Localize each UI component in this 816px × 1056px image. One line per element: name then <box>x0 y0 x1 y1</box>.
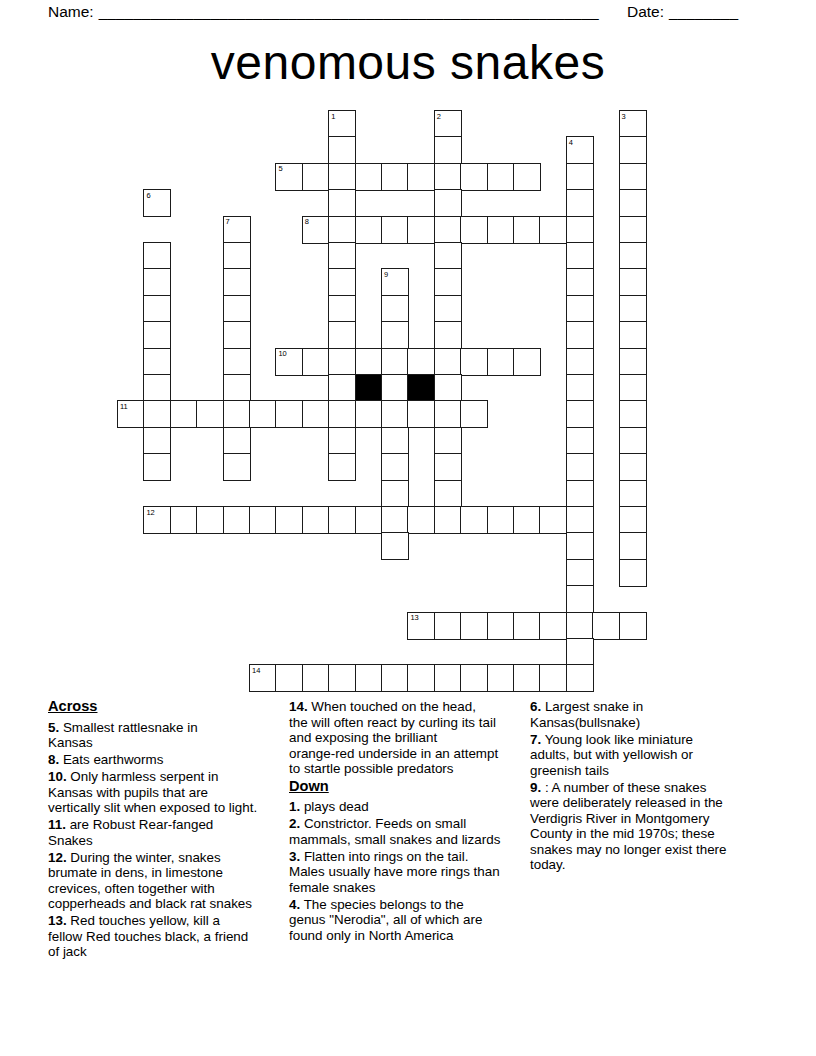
clue-12: 12. During the winter, snakes brumate in… <box>48 850 291 912</box>
letter-cell[interactable] <box>355 163 383 191</box>
letter-cell[interactable] <box>302 348 330 376</box>
cell-number: 3 <box>622 113 626 121</box>
letter-cell[interactable] <box>434 453 462 481</box>
clue-number: 2. <box>289 816 300 831</box>
letter-cell[interactable] <box>143 242 171 270</box>
letter-cell[interactable] <box>302 506 330 534</box>
letter-cell[interactable] <box>566 664 594 692</box>
clue-number: 11. <box>48 817 66 832</box>
clue-5: 5. Smallest rattlesnake in Kansas <box>48 720 291 751</box>
letter-cell[interactable] <box>619 321 647 349</box>
letter-cell[interactable] <box>487 664 515 692</box>
letter-cell[interactable] <box>302 400 330 428</box>
letter-cell[interactable] <box>223 321 251 349</box>
letter-cell[interactable] <box>355 216 383 244</box>
letter-cell[interactable] <box>460 216 488 244</box>
letter-cell[interactable] <box>328 321 356 349</box>
clue-text: Largest snake in Kansas(bullsnake) <box>530 699 643 730</box>
letter-cell[interactable] <box>355 400 383 428</box>
cell-number: 8 <box>305 218 309 226</box>
clue-number: 8. <box>48 752 59 767</box>
cell-number: 5 <box>278 165 282 173</box>
letter-cell[interactable] <box>566 242 594 270</box>
letter-cell[interactable] <box>328 453 356 481</box>
letter-cell[interactable] <box>566 374 594 402</box>
letter-cell[interactable] <box>302 664 330 692</box>
letter-cell[interactable] <box>328 374 356 402</box>
letter-cell[interactable] <box>328 348 356 376</box>
letter-cell[interactable] <box>223 374 251 402</box>
letter-cell[interactable] <box>619 374 647 402</box>
letter-cell[interactable] <box>355 664 383 692</box>
letter-cell[interactable] <box>381 664 409 692</box>
clue-number: 10. <box>48 769 67 784</box>
letter-cell[interactable] <box>407 163 435 191</box>
letter-cell[interactable] <box>434 480 462 508</box>
letter-cell[interactable] <box>143 374 171 402</box>
letter-cell[interactable] <box>434 374 462 402</box>
letter-cell[interactable] <box>196 506 224 534</box>
letter-cell[interactable] <box>223 268 251 296</box>
letter-cell[interactable] <box>381 427 409 455</box>
letter-cell[interactable] <box>487 506 515 534</box>
letter-cell[interactable] <box>143 268 171 296</box>
clue-number: 5. <box>48 720 59 735</box>
letter-cell[interactable] <box>143 453 171 481</box>
letter-cell[interactable] <box>566 348 594 376</box>
letter-cell[interactable] <box>434 506 462 534</box>
letter-cell[interactable] <box>381 532 409 560</box>
letter-cell[interactable] <box>302 163 330 191</box>
letter-cell[interactable] <box>434 189 462 217</box>
letter-cell[interactable] <box>328 664 356 692</box>
letter-cell[interactable] <box>143 400 171 428</box>
black-cell <box>355 374 383 402</box>
letter-cell[interactable] <box>275 400 303 428</box>
letter-cell[interactable] <box>460 506 488 534</box>
letter-cell[interactable] <box>328 136 356 164</box>
letter-cell[interactable] <box>619 216 647 244</box>
clue-2: 2. Constrictor. Feeds on small mammals, … <box>289 816 530 847</box>
letter-cell[interactable] <box>434 321 462 349</box>
letter-cell[interactable] <box>513 506 541 534</box>
letter-cell[interactable] <box>619 242 647 270</box>
letter-cell[interactable] <box>381 480 409 508</box>
letter-cell[interactable] <box>566 638 594 666</box>
letter-cell[interactable] <box>619 268 647 296</box>
letter-cell[interactable] <box>328 295 356 323</box>
letter-cell[interactable] <box>223 400 251 428</box>
clue-14: 14. When touched on the head, the will o… <box>289 699 530 777</box>
name-blank-line[interactable]: ________________________________________… <box>99 3 599 20</box>
cell-number: 7 <box>226 218 230 226</box>
cell-number: 12 <box>146 509 154 517</box>
clue-text: Flatten into rings on the tail. Males us… <box>289 849 500 895</box>
clue-list-heading: Down <box>289 779 530 795</box>
clue-text: Smallest rattlesnake in Kansas <box>48 720 198 751</box>
letter-cell[interactable] <box>355 348 383 376</box>
letter-cell[interactable] <box>170 400 198 428</box>
cell-number: 13 <box>410 614 418 622</box>
letter-cell[interactable] <box>275 664 303 692</box>
letter-cell[interactable] <box>566 506 594 534</box>
letter-cell[interactable] <box>487 348 515 376</box>
letter-cell[interactable] <box>328 216 356 244</box>
letter-cell[interactable] <box>223 348 251 376</box>
letter-cell[interactable] <box>223 427 251 455</box>
clue-number: 6. <box>530 699 541 714</box>
clue-number: 13. <box>48 913 67 928</box>
clue-text: : A number of these snakes were delibera… <box>530 780 727 873</box>
letter-cell[interactable] <box>434 664 462 692</box>
letter-cell[interactable] <box>434 400 462 428</box>
letter-cell[interactable] <box>487 163 515 191</box>
letter-cell[interactable] <box>619 612 647 640</box>
letter-cell[interactable] <box>434 268 462 296</box>
letter-cell[interactable] <box>355 506 383 534</box>
letter-cell[interactable] <box>619 453 647 481</box>
worksheet-page: Name:___________________________________… <box>0 0 816 1056</box>
clue-number: 4. <box>289 897 300 912</box>
clue-number: 14. <box>289 699 308 714</box>
clue-column: 6. Largest snake in Kansas(bullsnake)7. … <box>530 699 770 874</box>
letter-cell[interactable] <box>434 163 462 191</box>
letter-cell[interactable] <box>566 559 594 587</box>
letter-cell[interactable] <box>381 295 409 323</box>
clue-8: 8. Eats earthworms <box>48 752 291 768</box>
letter-cell[interactable] <box>381 163 409 191</box>
letter-cell[interactable] <box>143 348 171 376</box>
letter-cell[interactable] <box>460 664 488 692</box>
letter-cell[interactable] <box>619 559 647 587</box>
letter-cell[interactable] <box>566 400 594 428</box>
letter-cell[interactable] <box>566 268 594 296</box>
clue-13: 13. Red touches yellow, kill a fellow Re… <box>48 913 291 960</box>
black-cell <box>407 374 435 402</box>
letter-cell[interactable] <box>539 664 567 692</box>
letter-cell[interactable] <box>460 163 488 191</box>
clue-text: Eats earthworms <box>63 752 163 767</box>
letter-cell[interactable] <box>513 216 541 244</box>
letter-cell[interactable] <box>434 612 462 640</box>
letter-cell[interactable] <box>381 400 409 428</box>
clue-1: 1. plays dead <box>289 799 530 815</box>
letter-cell[interactable] <box>619 295 647 323</box>
letter-cell[interactable] <box>460 400 488 428</box>
clue-4: 4. The species belongs to the genus "Ner… <box>289 897 530 944</box>
letter-cell[interactable] <box>407 216 435 244</box>
letter-cell[interactable] <box>487 612 515 640</box>
letter-cell[interactable] <box>434 242 462 270</box>
letter-cell[interactable] <box>275 506 303 534</box>
letter-cell[interactable] <box>460 348 488 376</box>
letter-cell[interactable] <box>249 400 277 428</box>
letter-cell[interactable] <box>223 295 251 323</box>
letter-cell[interactable] <box>619 136 647 164</box>
date-label: Date: <box>627 3 664 20</box>
letter-cell[interactable] <box>566 585 594 613</box>
letter-cell[interactable] <box>407 664 435 692</box>
letter-cell[interactable] <box>381 506 409 534</box>
letter-cell[interactable] <box>619 189 647 217</box>
cell-number: 1 <box>331 113 335 121</box>
letter-cell[interactable] <box>196 400 224 428</box>
letter-cell[interactable] <box>566 189 594 217</box>
puzzle-title: venomous snakes <box>0 37 816 90</box>
letter-cell[interactable] <box>143 427 171 455</box>
clue-number: 1. <box>289 799 300 814</box>
header: Name:___________________________________… <box>0 3 816 27</box>
letter-cell[interactable] <box>381 216 409 244</box>
letter-cell[interactable] <box>328 242 356 270</box>
letter-cell[interactable] <box>619 348 647 376</box>
cell-number: 4 <box>569 139 573 147</box>
letter-cell[interactable] <box>434 427 462 455</box>
letter-cell[interactable] <box>539 506 567 534</box>
clue-7: 7. Young look like miniature adults, but… <box>530 732 770 779</box>
clue-text: Red touches yellow, kill a fellow Red to… <box>48 913 248 959</box>
clue-9: 9. : A number of these snakes were delib… <box>530 780 770 873</box>
letter-cell[interactable] <box>381 321 409 349</box>
letter-cell[interactable] <box>223 506 251 534</box>
letter-cell[interactable] <box>249 506 277 534</box>
clue-number: 9. <box>530 780 541 795</box>
cell-number: 9 <box>384 271 388 279</box>
cell-number: 10 <box>278 350 286 358</box>
letter-cell[interactable] <box>328 506 356 534</box>
clue-text: Constrictor. Feeds on small mammals, sma… <box>289 816 500 847</box>
letter-cell[interactable] <box>170 506 198 534</box>
letter-cell[interactable] <box>381 348 409 376</box>
letter-cell[interactable] <box>619 532 647 560</box>
letter-cell[interactable] <box>539 216 567 244</box>
letter-cell[interactable] <box>407 348 435 376</box>
cell-number: 14 <box>252 667 260 675</box>
clue-text: During the winter, snakes brumate in den… <box>48 850 252 912</box>
letter-cell[interactable] <box>566 321 594 349</box>
clue-text: The species belongs to the genus "Nerodi… <box>289 897 482 943</box>
clue-column: Across5. Smallest rattlesnake in Kansas8… <box>48 699 291 961</box>
letter-cell[interactable] <box>328 268 356 296</box>
letter-cell[interactable] <box>223 453 251 481</box>
date-field: Date:________ <box>627 3 738 21</box>
clue-6: 6. Largest snake in Kansas(bullsnake) <box>530 699 770 730</box>
letter-cell[interactable] <box>328 400 356 428</box>
letter-cell[interactable] <box>143 321 171 349</box>
letter-cell[interactable] <box>566 427 594 455</box>
letter-cell[interactable] <box>513 612 541 640</box>
letter-cell[interactable] <box>513 348 541 376</box>
letter-cell[interactable] <box>566 216 594 244</box>
letter-cell[interactable] <box>434 216 462 244</box>
letter-cell[interactable] <box>566 453 594 481</box>
crossword-grid: 1234567891011121314 <box>117 110 647 692</box>
letter-cell[interactable] <box>619 427 647 455</box>
name-field: Name:___________________________________… <box>48 3 599 21</box>
letter-cell[interactable] <box>381 374 409 402</box>
letter-cell[interactable] <box>619 506 647 534</box>
letter-cell[interactable] <box>566 163 594 191</box>
clue-text: Only harmless serpent in Kansas with pup… <box>48 769 257 815</box>
cell-number: 2 <box>437 113 441 121</box>
letter-cell[interactable] <box>566 532 594 560</box>
clue-10: 10. Only harmless serpent in Kansas with… <box>48 769 291 816</box>
clue-number: 3. <box>289 849 300 864</box>
letter-cell[interactable] <box>566 612 594 640</box>
clue-11: 11. are Robust Rear-fanged Snakes <box>48 817 291 848</box>
letter-cell[interactable] <box>328 427 356 455</box>
clue-text: When touched on the head, the will often… <box>289 699 498 776</box>
clue-text: are Robust Rear-fanged Snakes <box>48 817 213 848</box>
letter-cell[interactable] <box>619 163 647 191</box>
clue-text: Young look like miniature adults, but wi… <box>530 732 693 778</box>
letter-cell[interactable] <box>460 612 488 640</box>
letter-cell[interactable] <box>407 400 435 428</box>
clue-column: 14. When touched on the head, the will o… <box>289 699 530 945</box>
clue-text: plays dead <box>304 799 369 814</box>
letter-cell[interactable] <box>566 295 594 323</box>
date-blank-line[interactable]: ________ <box>669 3 738 20</box>
name-label: Name: <box>48 3 94 20</box>
letter-cell[interactable] <box>143 295 171 323</box>
letter-cell[interactable] <box>328 163 356 191</box>
letter-cell[interactable] <box>223 242 251 270</box>
letter-cell[interactable] <box>487 216 515 244</box>
letter-cell[interactable] <box>407 506 435 534</box>
letter-cell[interactable] <box>328 189 356 217</box>
clue-number: 12. <box>48 850 67 865</box>
clue-number: 7. <box>530 732 541 747</box>
cell-number: 11 <box>120 403 128 411</box>
letter-cell[interactable] <box>434 348 462 376</box>
letter-cell[interactable] <box>592 612 620 640</box>
clue-3: 3. Flatten into rings on the tail. Males… <box>289 849 530 896</box>
letter-cell[interactable] <box>513 163 541 191</box>
clue-list-heading: Across <box>48 699 291 715</box>
letter-cell[interactable] <box>381 453 409 481</box>
letter-cell[interactable] <box>619 400 647 428</box>
letter-cell[interactable] <box>434 136 462 164</box>
letter-cell[interactable] <box>434 295 462 323</box>
letter-cell[interactable] <box>539 612 567 640</box>
cell-number: 6 <box>146 192 150 200</box>
letter-cell[interactable] <box>513 664 541 692</box>
letter-cell[interactable] <box>566 480 594 508</box>
letter-cell[interactable] <box>619 480 647 508</box>
